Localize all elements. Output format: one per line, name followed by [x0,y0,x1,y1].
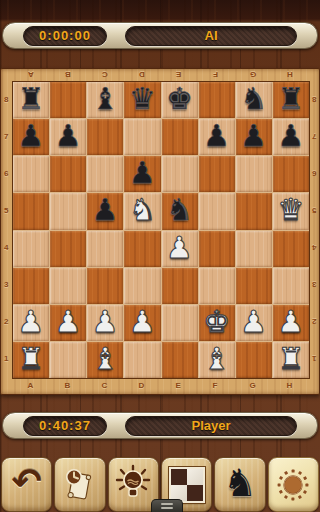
square-c6[interactable] [87,156,123,192]
square-a7[interactable]: ♟ [13,119,49,155]
chess-app-screen: { "game": "chess", "top_bar": { "clock":… [0,0,320,512]
black-queen-d8[interactable]: ♛ [129,84,156,114]
square-h2[interactable]: ♟ [273,305,309,341]
square-d5[interactable]: ♞ [124,193,160,229]
file-label-top-h: H [287,70,293,79]
square-h6[interactable] [273,156,309,192]
file-label-top-d: D [139,70,145,79]
undo-arrow-icon: ↶ [12,464,42,500]
square-e5[interactable]: ♞ [162,193,198,229]
player-bar: 0:40:37 Player [2,412,318,439]
chess-board: ♜♝♛♚♞♜♟♟♟♟♟♟♟♞♞♛♟♟♟♟♟♚♟♟♜♝♝♜ AABBCCDDEEF… [0,68,320,395]
square-a6[interactable] [13,156,49,192]
opponent-clock: 0:00:00 [23,26,107,46]
white-rook-h1[interactable]: ♜ [277,344,304,374]
square-c5[interactable]: ♟ [87,193,123,229]
square-e8[interactable]: ♚ [162,82,198,118]
square-e1[interactable] [162,342,198,378]
square-h7[interactable]: ♟ [273,119,309,155]
white-pawn-c2[interactable]: ♟ [92,307,119,337]
file-label-bottom-a: A [28,381,34,390]
black-knight-g8[interactable]: ♞ [240,84,267,114]
file-label-bottom-e: E [176,381,181,390]
square-b2[interactable]: ♟ [50,305,86,341]
black-pawn-c5[interactable]: ♟ [92,195,119,225]
white-bishop-f1[interactable]: ♝ [203,344,230,374]
square-g1[interactable] [236,342,272,378]
undo-button[interactable]: ↶ [1,457,52,512]
pieces-button[interactable]: ♞ [214,457,265,512]
drawer-handle[interactable] [151,499,183,512]
square-g2[interactable]: ♟ [236,305,272,341]
file-label-top-c: C [102,70,108,79]
file-label-top-g: G [250,70,256,79]
square-g4[interactable] [236,231,272,267]
square-g8[interactable]: ♞ [236,82,272,118]
square-g3[interactable] [236,268,272,304]
file-label-top-b: B [65,70,71,79]
rank-label-left-5: 5 [4,206,8,215]
rank-label-left-7: 7 [4,132,8,141]
rank-label-left-2: 2 [4,317,8,326]
square-f3[interactable] [199,268,235,304]
square-a3[interactable] [13,268,49,304]
white-pawn-a2[interactable]: ♟ [18,307,45,337]
black-rook-a8[interactable]: ♜ [18,84,45,114]
file-label-bottom-b: B [65,381,71,390]
square-f6[interactable] [199,156,235,192]
white-pawn-b2[interactable]: ♟ [55,307,82,337]
square-c4[interactable] [87,231,123,267]
square-b8[interactable] [50,82,86,118]
square-d6[interactable]: ♟ [124,156,160,192]
opponent-name: AI [125,26,297,46]
checkerboard-icon [169,467,205,503]
rank-label-right-6: 6 [312,169,316,178]
square-h5[interactable]: ♛ [273,193,309,229]
square-d1[interactable] [124,342,160,378]
rank-label-left-8: 8 [4,95,8,104]
white-knight-d5[interactable]: ♞ [129,195,156,225]
black-knight-e5[interactable]: ♞ [166,195,193,225]
white-pawn-h2[interactable]: ♟ [277,307,304,337]
square-h4[interactable] [273,231,309,267]
square-b1[interactable] [50,342,86,378]
square-h8[interactable]: ♜ [273,82,309,118]
square-b3[interactable] [50,268,86,304]
rank-label-right-4: 4 [312,243,316,252]
square-d3[interactable] [124,268,160,304]
rank-label-right-5: 5 [312,206,316,215]
file-label-top-a: A [28,70,34,79]
white-king-f2[interactable]: ♚ [203,307,230,337]
square-e6[interactable] [162,156,198,192]
square-a2[interactable]: ♟ [13,305,49,341]
square-f7[interactable]: ♟ [199,119,235,155]
square-d4[interactable] [124,231,160,267]
black-pawn-b7[interactable]: ♟ [55,121,82,151]
square-e7[interactable] [162,119,198,155]
file-label-top-f: F [213,70,218,79]
rank-label-left-4: 4 [4,243,8,252]
black-king-e8[interactable]: ♚ [166,84,193,114]
square-c8[interactable]: ♝ [87,82,123,118]
file-label-bottom-h: H [287,381,293,390]
square-g6[interactable] [236,156,272,192]
rank-label-right-8: 8 [312,95,316,104]
rank-label-right-1: 1 [312,354,316,363]
square-e3[interactable] [162,268,198,304]
file-label-bottom-d: D [139,381,145,390]
square-b7[interactable]: ♟ [50,119,86,155]
square-a8[interactable]: ♜ [13,82,49,118]
square-c1[interactable]: ♝ [87,342,123,378]
square-f5[interactable] [199,193,235,229]
white-pawn-e4[interactable]: ♟ [166,233,193,263]
white-rook-a1[interactable]: ♜ [18,344,45,374]
wheel-icon [273,465,313,505]
white-bishop-c1[interactable]: ♝ [92,344,119,374]
scroll-clock-icon [61,465,99,505]
square-f2[interactable]: ♚ [199,305,235,341]
knight-icon: ♞ [223,464,257,502]
opponent-bar: 0:00:00 AI [2,22,318,49]
file-label-top-e: E [176,70,181,79]
black-bishop-c8[interactable]: ♝ [92,84,119,114]
square-d8[interactable]: ♛ [124,82,160,118]
rank-label-right-2: 2 [312,317,316,326]
black-pawn-h7[interactable]: ♟ [277,121,304,151]
square-a5[interactable] [13,193,49,229]
square-g5[interactable] [236,193,272,229]
file-label-bottom-c: C [102,381,108,390]
move-list-button[interactable] [54,457,105,512]
white-pawn-d2[interactable]: ♟ [129,307,156,337]
square-f4[interactable] [199,231,235,267]
square-g7[interactable]: ♟ [236,119,272,155]
black-pawn-f7[interactable]: ♟ [203,121,230,151]
rank-label-left-3: 3 [4,280,8,289]
square-f1[interactable]: ♝ [199,342,235,378]
square-a4[interactable] [13,231,49,267]
white-queen-h5[interactable]: ♛ [277,195,304,225]
file-label-bottom-f: F [213,381,218,390]
square-d7[interactable] [124,119,160,155]
game-menu-button[interactable] [268,457,319,512]
square-c3[interactable] [87,268,123,304]
square-b5[interactable] [50,193,86,229]
black-rook-h8[interactable]: ♜ [277,84,304,114]
square-e4[interactable]: ♟ [162,231,198,267]
rank-label-right-3: 3 [312,280,316,289]
square-b6[interactable] [50,156,86,192]
black-pawn-d6[interactable]: ♟ [129,158,156,188]
square-c2[interactable]: ♟ [87,305,123,341]
square-c7[interactable] [87,119,123,155]
rank-label-left-6: 6 [4,169,8,178]
square-b4[interactable] [50,231,86,267]
black-pawn-g7[interactable]: ♟ [240,121,267,151]
player-clock: 0:40:37 [23,416,107,436]
rank-label-right-7: 7 [312,132,316,141]
lightbulb-icon [113,464,153,506]
black-pawn-a7[interactable]: ♟ [18,121,45,151]
square-a1[interactable]: ♜ [13,342,49,378]
board-grid: ♜♝♛♚♞♜♟♟♟♟♟♟♟♞♞♛♟♟♟♟♟♚♟♟♜♝♝♜ [12,81,310,379]
square-f8[interactable] [199,82,235,118]
square-h1[interactable]: ♜ [273,342,309,378]
square-d2[interactable]: ♟ [124,305,160,341]
rank-label-left-1: 1 [4,354,8,363]
square-h3[interactable] [273,268,309,304]
file-label-bottom-g: G [250,381,256,390]
square-e2[interactable] [162,305,198,341]
white-pawn-g2[interactable]: ♟ [240,307,267,337]
player-name: Player [125,416,297,436]
